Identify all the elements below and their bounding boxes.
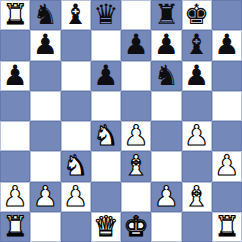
square-c1[interactable]	[61, 212, 91, 242]
square-f8[interactable]: ♜	[151, 0, 181, 30]
piece-white-rook[interactable]: ♜	[214, 212, 239, 242]
square-g5[interactable]	[182, 91, 212, 121]
square-e1[interactable]: ♚	[121, 212, 151, 242]
square-a8[interactable]: ♜	[0, 0, 30, 30]
square-g7[interactable]: ♝	[182, 30, 212, 60]
square-g2[interactable]: ♝	[182, 182, 212, 212]
piece-black-king[interactable]: ♚	[184, 0, 209, 30]
piece-white-pawn[interactable]: ♟	[33, 182, 58, 212]
square-f3[interactable]	[151, 151, 181, 181]
square-h5[interactable]	[212, 91, 242, 121]
piece-black-knight[interactable]: ♞	[154, 61, 179, 91]
square-d6[interactable]: ♟	[91, 61, 121, 91]
square-e8[interactable]	[121, 0, 151, 30]
piece-black-pawn[interactable]: ♟	[214, 30, 239, 60]
square-a6[interactable]: ♟	[0, 61, 30, 91]
square-b8[interactable]: ♞	[30, 0, 60, 30]
square-d2[interactable]	[91, 182, 121, 212]
square-f6[interactable]: ♞	[151, 61, 181, 91]
piece-white-pawn[interactable]: ♟	[63, 182, 88, 212]
square-c8[interactable]: ♝	[61, 0, 91, 30]
square-c2[interactable]: ♟	[61, 182, 91, 212]
square-g3[interactable]	[182, 151, 212, 181]
square-b2[interactable]: ♟	[30, 182, 60, 212]
piece-white-pawn[interactable]: ♟	[3, 182, 28, 212]
piece-black-queen[interactable]: ♛	[93, 0, 118, 30]
piece-black-pawn[interactable]: ♟	[93, 61, 118, 91]
chess-board: ♜♞♝♛♜♚♟♟♟♝♟♟♟♞♟♞♟♟♞♝♟♟♟♟♟♝♜♛♚♜	[0, 0, 242, 242]
piece-white-knight[interactable]: ♞	[93, 121, 118, 151]
piece-black-pawn[interactable]: ♟	[154, 30, 179, 60]
square-b6[interactable]	[30, 61, 60, 91]
square-a4[interactable]	[0, 121, 30, 151]
square-c7[interactable]	[61, 30, 91, 60]
square-g6[interactable]: ♟	[182, 61, 212, 91]
square-h2[interactable]	[212, 182, 242, 212]
square-b3[interactable]	[30, 151, 60, 181]
piece-white-king[interactable]: ♚	[124, 212, 149, 242]
square-g8[interactable]: ♚	[182, 0, 212, 30]
square-b5[interactable]	[30, 91, 60, 121]
square-d1[interactable]: ♛	[91, 212, 121, 242]
piece-black-rook[interactable]: ♜	[154, 0, 179, 30]
square-e7[interactable]: ♟	[121, 30, 151, 60]
square-h3[interactable]: ♟	[212, 151, 242, 181]
square-b4[interactable]	[30, 121, 60, 151]
square-g1[interactable]	[182, 212, 212, 242]
piece-white-pawn[interactable]: ♟	[124, 121, 149, 151]
square-e3[interactable]: ♝	[121, 151, 151, 181]
square-b7[interactable]: ♟	[30, 30, 60, 60]
square-g4[interactable]: ♟	[182, 121, 212, 151]
piece-black-knight[interactable]: ♞	[33, 0, 58, 30]
square-a1[interactable]: ♜	[0, 212, 30, 242]
square-d5[interactable]	[91, 91, 121, 121]
square-h4[interactable]	[212, 121, 242, 151]
square-f4[interactable]	[151, 121, 181, 151]
square-f7[interactable]: ♟	[151, 30, 181, 60]
square-a7[interactable]	[0, 30, 30, 60]
square-h1[interactable]: ♜	[212, 212, 242, 242]
piece-black-pawn[interactable]: ♟	[124, 30, 149, 60]
piece-white-rook[interactable]: ♜	[3, 0, 28, 30]
square-f1[interactable]	[151, 212, 181, 242]
square-f2[interactable]: ♟	[151, 182, 181, 212]
square-e4[interactable]: ♟	[121, 121, 151, 151]
square-a2[interactable]: ♟	[0, 182, 30, 212]
square-a3[interactable]	[0, 151, 30, 181]
piece-white-pawn[interactable]: ♟	[154, 182, 179, 212]
piece-black-pawn[interactable]: ♟	[33, 30, 58, 60]
square-e2[interactable]	[121, 182, 151, 212]
piece-white-pawn[interactable]: ♟	[184, 121, 209, 151]
square-d7[interactable]	[91, 30, 121, 60]
piece-black-bishop[interactable]: ♝	[184, 30, 209, 60]
piece-black-pawn[interactable]: ♟	[184, 61, 209, 91]
piece-black-bishop[interactable]: ♝	[63, 0, 88, 30]
square-f5[interactable]	[151, 91, 181, 121]
piece-white-queen[interactable]: ♛	[93, 212, 118, 242]
piece-white-bishop[interactable]: ♝	[124, 151, 149, 181]
square-e6[interactable]	[121, 61, 151, 91]
square-c5[interactable]	[61, 91, 91, 121]
square-d3[interactable]	[91, 151, 121, 181]
piece-white-pawn[interactable]: ♟	[214, 151, 239, 181]
square-h8[interactable]	[212, 0, 242, 30]
square-e5[interactable]	[121, 91, 151, 121]
square-b1[interactable]	[30, 212, 60, 242]
square-d8[interactable]: ♛	[91, 0, 121, 30]
square-h7[interactable]: ♟	[212, 30, 242, 60]
chess-board-container: ♜♞♝♛♜♚♟♟♟♝♟♟♟♞♟♞♟♟♞♝♟♟♟♟♟♝♜♛♚♜	[0, 0, 242, 242]
square-d4[interactable]: ♞	[91, 121, 121, 151]
piece-black-pawn[interactable]: ♟	[3, 61, 28, 91]
square-c3[interactable]: ♞	[61, 151, 91, 181]
piece-white-knight[interactable]: ♞	[63, 151, 88, 181]
piece-white-rook[interactable]: ♜	[3, 212, 28, 242]
square-h6[interactable]	[212, 61, 242, 91]
square-c6[interactable]	[61, 61, 91, 91]
square-a5[interactable]	[0, 91, 30, 121]
square-c4[interactable]	[61, 121, 91, 151]
piece-white-bishop[interactable]: ♝	[184, 182, 209, 212]
